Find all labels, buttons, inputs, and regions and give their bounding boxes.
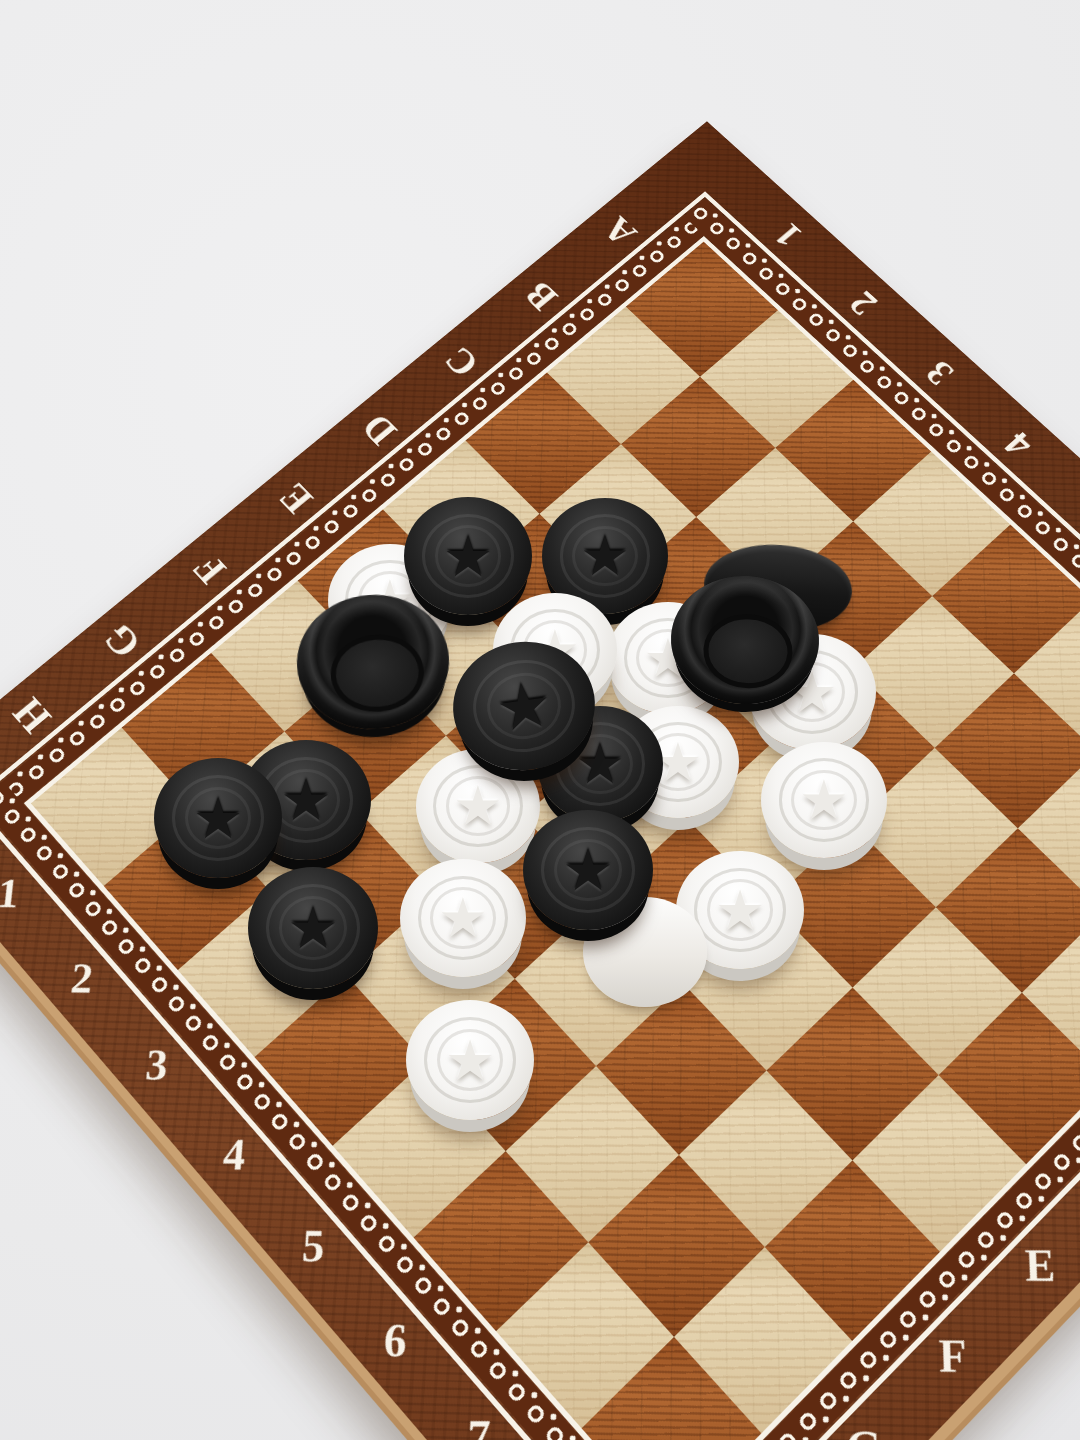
star-emboss-icon: ★	[154, 758, 282, 878]
photo-scene: 12345678ABCDEFGH12345678ABCDEFGH ★★★★★★★…	[0, 0, 1080, 1440]
rank-label: 3	[919, 355, 960, 392]
file-label: F	[186, 548, 233, 590]
file-label: G	[96, 617, 148, 665]
checker-piece-white[interactable]: ★	[761, 742, 887, 858]
file-label: G	[845, 1423, 882, 1440]
rank-label: 3	[144, 1043, 170, 1087]
rank-label: 1	[768, 218, 809, 253]
checker-piece-black[interactable]: ★	[523, 810, 653, 930]
star-emboss-icon: ★	[523, 810, 653, 930]
file-label: A	[596, 211, 643, 251]
checker-piece-black[interactable]: ★	[445, 633, 603, 780]
rank-label: 6	[383, 1316, 408, 1364]
checker-piece-black[interactable]: ★	[154, 758, 282, 878]
star-emboss-icon: ★	[400, 859, 526, 977]
file-label: D	[355, 408, 403, 451]
file-label: F	[938, 1332, 967, 1380]
rank-label: 5	[301, 1223, 326, 1269]
checker-piece-white[interactable]: ★	[406, 1000, 534, 1120]
cup-hollow-base	[329, 632, 426, 715]
checker-piece-black[interactable]: ★	[248, 867, 378, 989]
rank-label: 7	[466, 1413, 491, 1440]
cup-hollow-base	[701, 612, 795, 691]
star-emboss-icon: ★	[445, 633, 603, 780]
rank-label: 2	[842, 285, 883, 321]
rank-label: 2	[69, 957, 95, 1000]
star-emboss-icon: ★	[248, 867, 378, 989]
file-label: B	[519, 276, 565, 316]
checker-piece-white[interactable]: ★	[400, 859, 526, 977]
star-emboss-icon: ★	[761, 742, 887, 858]
file-label: E	[1024, 1242, 1056, 1289]
rank-label: 4	[221, 1132, 247, 1177]
rank-label: 1	[0, 873, 22, 915]
file-label: E	[272, 477, 320, 520]
file-label: H	[6, 691, 59, 740]
rank-label: 4	[997, 426, 1039, 464]
file-label: C	[437, 341, 485, 383]
star-emboss-icon: ★	[406, 1000, 534, 1120]
